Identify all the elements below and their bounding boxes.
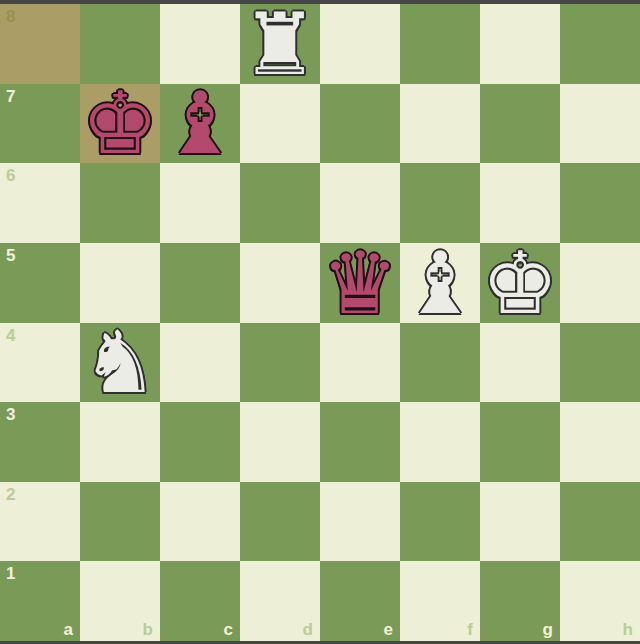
square-c8[interactable] [160,4,240,84]
rank-label-3: 3 [6,406,15,423]
square-b6[interactable] [80,163,160,243]
square-c7[interactable]: ♝ [160,84,240,164]
square-b8[interactable] [80,4,160,84]
file-label-h: h [623,621,633,638]
square-a2[interactable]: 2 [0,482,80,562]
square-g6[interactable] [480,163,560,243]
square-c4[interactable] [160,323,240,403]
file-label-f: f [467,621,473,638]
square-e8[interactable] [320,4,400,84]
piece-white-rook-d8[interactable]: ♜ [240,4,320,84]
square-f4[interactable] [400,323,480,403]
square-g8[interactable] [480,4,560,84]
square-b3[interactable] [80,402,160,482]
file-label-e: e [384,621,393,638]
square-e5[interactable]: ♛ [320,243,400,323]
rank-label-8: 8 [6,8,15,25]
square-g2[interactable] [480,482,560,562]
square-g7[interactable] [480,84,560,164]
piece-black-queen-e5[interactable]: ♛ [320,243,400,323]
square-h6[interactable] [560,163,640,243]
square-d8[interactable]: ♜ [240,4,320,84]
square-g1[interactable]: g [480,561,560,641]
square-e4[interactable] [320,323,400,403]
square-d2[interactable] [240,482,320,562]
square-f2[interactable] [400,482,480,562]
board-frame: 8♜7♚♝65♛♝♚4♞321abcdefgh [0,0,640,644]
square-e2[interactable] [320,482,400,562]
square-h7[interactable] [560,84,640,164]
square-d5[interactable] [240,243,320,323]
square-d1[interactable]: d [240,561,320,641]
square-f1[interactable]: f [400,561,480,641]
square-h8[interactable] [560,4,640,84]
file-label-d: d [303,621,313,638]
square-a1[interactable]: 1a [0,561,80,641]
square-f8[interactable] [400,4,480,84]
square-f5[interactable]: ♝ [400,243,480,323]
square-a5[interactable]: 5 [0,243,80,323]
chess-board: 8♜7♚♝65♛♝♚4♞321abcdefgh [0,4,640,641]
rank-label-5: 5 [6,247,15,264]
file-label-c: c [224,621,233,638]
rank-label-2: 2 [6,486,15,503]
square-b5[interactable] [80,243,160,323]
piece-black-king-b7[interactable]: ♚ [80,84,160,164]
square-h4[interactable] [560,323,640,403]
square-a4[interactable]: 4 [0,323,80,403]
square-d4[interactable] [240,323,320,403]
square-c1[interactable]: c [160,561,240,641]
square-d7[interactable] [240,84,320,164]
square-d3[interactable] [240,402,320,482]
rank-label-1: 1 [6,565,15,582]
square-c6[interactable] [160,163,240,243]
square-b1[interactable]: b [80,561,160,641]
square-g3[interactable] [480,402,560,482]
square-h3[interactable] [560,402,640,482]
square-a6[interactable]: 6 [0,163,80,243]
rank-label-4: 4 [6,327,15,344]
square-e7[interactable] [320,84,400,164]
square-h2[interactable] [560,482,640,562]
piece-black-bishop-c7[interactable]: ♝ [160,84,240,164]
square-c5[interactable] [160,243,240,323]
square-h1[interactable]: h [560,561,640,641]
file-label-g: g [543,621,553,638]
file-label-a: a [64,621,73,638]
rank-label-6: 6 [6,167,15,184]
square-d6[interactable] [240,163,320,243]
piece-white-bishop-f5[interactable]: ♝ [400,243,480,323]
square-g4[interactable] [480,323,560,403]
square-a7[interactable]: 7 [0,84,80,164]
piece-white-king-g5[interactable]: ♚ [480,243,560,323]
square-a8[interactable]: 8 [0,4,80,84]
rank-label-7: 7 [6,88,15,105]
square-f6[interactable] [400,163,480,243]
file-label-b: b [143,621,153,638]
square-c2[interactable] [160,482,240,562]
square-b7[interactable]: ♚ [80,84,160,164]
square-g5[interactable]: ♚ [480,243,560,323]
piece-white-knight-b4[interactable]: ♞ [80,323,160,403]
square-f3[interactable] [400,402,480,482]
square-f7[interactable] [400,84,480,164]
square-b2[interactable] [80,482,160,562]
square-a3[interactable]: 3 [0,402,80,482]
square-b4[interactable]: ♞ [80,323,160,403]
square-c3[interactable] [160,402,240,482]
square-e6[interactable] [320,163,400,243]
square-e1[interactable]: e [320,561,400,641]
square-e3[interactable] [320,402,400,482]
square-h5[interactable] [560,243,640,323]
